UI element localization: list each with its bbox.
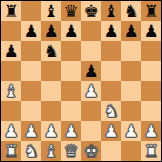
square-c6[interactable]: ♞ bbox=[41, 41, 61, 61]
square-e2[interactable] bbox=[81, 121, 101, 141]
square-c7[interactable]: ♟ bbox=[41, 21, 61, 41]
square-c8[interactable]: ♝ bbox=[41, 1, 61, 21]
square-d5[interactable] bbox=[61, 61, 81, 81]
square-g5[interactable] bbox=[121, 61, 141, 81]
square-a8[interactable]: ♜ bbox=[1, 1, 21, 21]
square-b2[interactable]: ♟ bbox=[21, 121, 41, 141]
white-knight-b1[interactable]: ♞ bbox=[23, 141, 38, 161]
square-f3[interactable]: ♞ bbox=[101, 101, 121, 121]
black-pawn-f7[interactable]: ♟ bbox=[103, 21, 118, 41]
black-bishop-c8[interactable]: ♝ bbox=[43, 1, 58, 21]
square-a1[interactable]: ♜ bbox=[1, 141, 21, 161]
square-e8[interactable]: ♚ bbox=[81, 1, 101, 21]
white-king-e1[interactable]: ♚ bbox=[83, 141, 98, 161]
square-e5[interactable]: ♟ bbox=[81, 61, 101, 81]
black-pawn-c7[interactable]: ♟ bbox=[43, 21, 58, 41]
square-a3[interactable] bbox=[1, 101, 21, 121]
square-d7[interactable]: ♟ bbox=[61, 21, 81, 41]
square-d3[interactable] bbox=[61, 101, 81, 121]
white-pawn-d2[interactable]: ♟ bbox=[63, 121, 78, 141]
white-pawn-b2[interactable]: ♟ bbox=[23, 121, 38, 141]
square-b5[interactable] bbox=[21, 61, 41, 81]
square-d1[interactable]: ♛ bbox=[61, 141, 81, 161]
white-knight-f3[interactable]: ♞ bbox=[103, 101, 118, 121]
square-b6[interactable] bbox=[21, 41, 41, 61]
black-pawn-g7[interactable]: ♟ bbox=[123, 21, 138, 41]
black-pawn-h7[interactable]: ♟ bbox=[143, 21, 158, 41]
white-pawn-a2[interactable]: ♟ bbox=[3, 121, 18, 141]
black-rook-a8[interactable]: ♜ bbox=[3, 1, 18, 21]
square-e7[interactable] bbox=[81, 21, 101, 41]
black-pawn-b7[interactable]: ♟ bbox=[23, 21, 38, 41]
square-h1[interactable]: ♜ bbox=[141, 141, 161, 161]
square-d4[interactable] bbox=[61, 81, 81, 101]
black-pawn-a6[interactable]: ♟ bbox=[3, 41, 18, 61]
square-c4[interactable] bbox=[41, 81, 61, 101]
square-g4[interactable] bbox=[121, 81, 141, 101]
square-e4[interactable]: ♟ bbox=[81, 81, 101, 101]
white-rook-h1[interactable]: ♜ bbox=[143, 141, 158, 161]
square-g2[interactable]: ♟ bbox=[121, 121, 141, 141]
white-bishop-c1[interactable]: ♝ bbox=[43, 141, 58, 161]
square-f4[interactable] bbox=[101, 81, 121, 101]
square-a5[interactable] bbox=[1, 61, 21, 81]
square-g3[interactable] bbox=[121, 101, 141, 121]
black-queen-d8[interactable]: ♛ bbox=[63, 1, 78, 21]
square-e3[interactable] bbox=[81, 101, 101, 121]
square-h7[interactable]: ♟ bbox=[141, 21, 161, 41]
square-f1[interactable] bbox=[101, 141, 121, 161]
square-h2[interactable]: ♟ bbox=[141, 121, 161, 141]
square-a7[interactable] bbox=[1, 21, 21, 41]
square-b7[interactable]: ♟ bbox=[21, 21, 41, 41]
black-king-e8[interactable]: ♚ bbox=[83, 1, 98, 21]
white-pawn-g2[interactable]: ♟ bbox=[123, 121, 138, 141]
square-f2[interactable]: ♟ bbox=[101, 121, 121, 141]
black-knight-g8[interactable]: ♞ bbox=[123, 1, 138, 21]
square-h6[interactable] bbox=[141, 41, 161, 61]
square-g6[interactable] bbox=[121, 41, 141, 61]
square-f8[interactable]: ♝ bbox=[101, 1, 121, 21]
square-f5[interactable] bbox=[101, 61, 121, 81]
square-a4[interactable]: ♝ bbox=[1, 81, 21, 101]
square-b8[interactable] bbox=[21, 1, 41, 21]
square-h5[interactable] bbox=[141, 61, 161, 81]
square-e1[interactable]: ♚ bbox=[81, 141, 101, 161]
black-pawn-e5[interactable]: ♟ bbox=[83, 61, 98, 81]
square-c5[interactable] bbox=[41, 61, 61, 81]
square-b1[interactable]: ♞ bbox=[21, 141, 41, 161]
square-a2[interactable]: ♟ bbox=[1, 121, 21, 141]
square-c1[interactable]: ♝ bbox=[41, 141, 61, 161]
square-b4[interactable] bbox=[21, 81, 41, 101]
white-pawn-f2[interactable]: ♟ bbox=[103, 121, 118, 141]
square-g8[interactable]: ♞ bbox=[121, 1, 141, 21]
square-h8[interactable]: ♜ bbox=[141, 1, 161, 21]
square-c3[interactable] bbox=[41, 101, 61, 121]
white-pawn-c2[interactable]: ♟ bbox=[43, 121, 58, 141]
square-e6[interactable] bbox=[81, 41, 101, 61]
square-d8[interactable]: ♛ bbox=[61, 1, 81, 21]
black-pawn-d7[interactable]: ♟ bbox=[63, 21, 78, 41]
square-h4[interactable] bbox=[141, 81, 161, 101]
black-knight-c6[interactable]: ♞ bbox=[43, 41, 58, 61]
black-bishop-f8[interactable]: ♝ bbox=[103, 1, 118, 21]
square-g1[interactable] bbox=[121, 141, 141, 161]
black-rook-h8[interactable]: ♜ bbox=[143, 1, 158, 21]
white-pawn-h2[interactable]: ♟ bbox=[143, 121, 158, 141]
square-f7[interactable]: ♟ bbox=[101, 21, 121, 41]
square-g7[interactable]: ♟ bbox=[121, 21, 141, 41]
white-rook-a1[interactable]: ♜ bbox=[3, 141, 18, 161]
square-d2[interactable]: ♟ bbox=[61, 121, 81, 141]
square-d6[interactable] bbox=[61, 41, 81, 61]
square-a6[interactable]: ♟ bbox=[1, 41, 21, 61]
white-pawn-e4[interactable]: ♟ bbox=[83, 81, 98, 101]
chess-board: ♜♝♛♚♝♞♜♟♟♟♟♟♟♟♞♟♝♟♞♟♟♟♟♟♟♟♜♞♝♛♚♜ bbox=[0, 0, 162, 162]
white-bishop-a4[interactable]: ♝ bbox=[3, 81, 18, 101]
square-h3[interactable] bbox=[141, 101, 161, 121]
square-f6[interactable] bbox=[101, 41, 121, 61]
white-queen-d1[interactable]: ♛ bbox=[63, 141, 78, 161]
square-b3[interactable] bbox=[21, 101, 41, 121]
square-c2[interactable]: ♟ bbox=[41, 121, 61, 141]
